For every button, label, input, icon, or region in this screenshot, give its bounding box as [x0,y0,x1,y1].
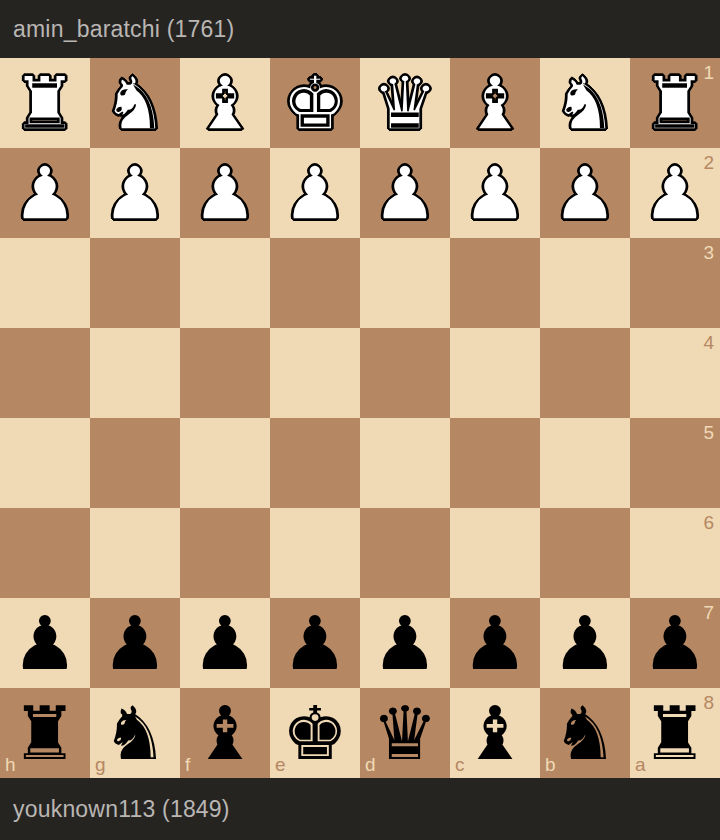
square-e2[interactable]: ♟ [270,148,360,238]
square-h2[interactable]: ♟ [0,148,90,238]
square-e7[interactable]: ♟ [270,598,360,688]
white-king[interactable]: ♚ [282,58,348,148]
black-pawn[interactable]: ♟ [102,598,168,688]
rank-label-8: 8 [703,693,714,712]
square-b3[interactable] [540,238,630,328]
square-b7[interactable]: ♟ [540,598,630,688]
file-label-e: e [275,755,286,774]
square-h3[interactable] [0,238,90,328]
square-f3[interactable] [180,238,270,328]
square-e4[interactable] [270,328,360,418]
chess-board: ♜♞♝♚♛♝♞♜1♟♟♟♟♟♟♟♟23456♟♟♟♟♟♟♟♟7♜h♞g♝f♚e♛… [0,58,720,778]
player-bar-top: amin_baratchi (1761) [0,0,720,58]
square-h8[interactable]: ♜h [0,688,90,778]
black-pawn[interactable]: ♟ [372,598,438,688]
rank-label-1: 1 [703,63,714,82]
black-bishop[interactable]: ♝ [462,688,528,778]
square-d6[interactable] [360,508,450,598]
square-c1[interactable]: ♝ [450,58,540,148]
square-a6[interactable]: 6 [630,508,720,598]
square-h1[interactable]: ♜ [0,58,90,148]
square-e1[interactable]: ♚ [270,58,360,148]
square-f4[interactable] [180,328,270,418]
square-c2[interactable]: ♟ [450,148,540,238]
white-queen[interactable]: ♛ [372,58,438,148]
square-c7[interactable]: ♟ [450,598,540,688]
square-g7[interactable]: ♟ [90,598,180,688]
file-label-g: g [95,755,106,774]
square-a4[interactable]: 4 [630,328,720,418]
black-pawn[interactable]: ♟ [552,598,618,688]
white-knight[interactable]: ♞ [552,58,618,148]
file-label-b: b [545,755,556,774]
black-queen[interactable]: ♛ [372,688,438,778]
white-knight[interactable]: ♞ [102,58,168,148]
square-b8[interactable]: ♞b [540,688,630,778]
square-f1[interactable]: ♝ [180,58,270,148]
black-pawn[interactable]: ♟ [642,598,708,688]
square-c3[interactable] [450,238,540,328]
square-c4[interactable] [450,328,540,418]
square-e6[interactable] [270,508,360,598]
chess-app: amin_baratchi (1761) ♜♞♝♚♛♝♞♜1♟♟♟♟♟♟♟♟23… [0,0,720,840]
file-label-h: h [5,755,16,774]
square-c5[interactable] [450,418,540,508]
white-pawn[interactable]: ♟ [462,148,528,238]
square-a7[interactable]: ♟7 [630,598,720,688]
square-h5[interactable] [0,418,90,508]
square-f7[interactable]: ♟ [180,598,270,688]
black-pawn[interactable]: ♟ [192,598,258,688]
rank-label-5: 5 [703,423,714,442]
square-d3[interactable] [360,238,450,328]
square-d2[interactable]: ♟ [360,148,450,238]
square-b2[interactable]: ♟ [540,148,630,238]
square-f6[interactable] [180,508,270,598]
square-d4[interactable] [360,328,450,418]
square-a5[interactable]: 5 [630,418,720,508]
white-rook[interactable]: ♜ [642,58,708,148]
square-c6[interactable] [450,508,540,598]
rank-label-2: 2 [703,153,714,172]
white-pawn[interactable]: ♟ [552,148,618,238]
square-g4[interactable] [90,328,180,418]
file-label-f: f [185,755,190,774]
square-f2[interactable]: ♟ [180,148,270,238]
square-g6[interactable] [90,508,180,598]
square-b4[interactable] [540,328,630,418]
black-knight[interactable]: ♞ [102,688,168,778]
square-e8[interactable]: ♚e [270,688,360,778]
black-rook[interactable]: ♜ [642,688,708,778]
square-b5[interactable] [540,418,630,508]
black-bishop[interactable]: ♝ [192,688,258,778]
square-c8[interactable]: ♝c [450,688,540,778]
white-pawn[interactable]: ♟ [12,148,78,238]
black-pawn[interactable]: ♟ [282,598,348,688]
black-pawn[interactable]: ♟ [12,598,78,688]
file-label-a: a [635,755,646,774]
square-g1[interactable]: ♞ [90,58,180,148]
white-rook[interactable]: ♜ [12,58,78,148]
white-pawn[interactable]: ♟ [282,148,348,238]
square-h6[interactable] [0,508,90,598]
square-f5[interactable] [180,418,270,508]
square-g3[interactable] [90,238,180,328]
square-d8[interactable]: ♛d [360,688,450,778]
white-bishop[interactable]: ♝ [192,58,258,148]
square-g5[interactable] [90,418,180,508]
square-d1[interactable]: ♛ [360,58,450,148]
square-h4[interactable] [0,328,90,418]
player-name-top: amin_baratchi (1761) [13,16,234,43]
file-label-c: c [455,755,465,774]
black-knight[interactable]: ♞ [552,688,618,778]
white-pawn[interactable]: ♟ [192,148,258,238]
white-pawn[interactable]: ♟ [372,148,438,238]
white-pawn[interactable]: ♟ [642,148,708,238]
player-bar-bottom: youknown113 (1849) [0,778,720,840]
square-h7[interactable]: ♟ [0,598,90,688]
square-a3[interactable]: 3 [630,238,720,328]
player-name-bottom: youknown113 (1849) [13,796,230,823]
square-d5[interactable] [360,418,450,508]
square-b1[interactable]: ♞ [540,58,630,148]
square-g8[interactable]: ♞g [90,688,180,778]
square-b6[interactable] [540,508,630,598]
black-king[interactable]: ♚ [282,688,348,778]
square-a2[interactable]: ♟2 [630,148,720,238]
rank-label-4: 4 [703,333,714,352]
file-label-d: d [365,755,376,774]
square-e5[interactable] [270,418,360,508]
rank-label-3: 3 [703,243,714,262]
white-bishop[interactable]: ♝ [462,58,528,148]
square-a8[interactable]: ♜8a [630,688,720,778]
square-g2[interactable]: ♟ [90,148,180,238]
black-pawn[interactable]: ♟ [462,598,528,688]
square-f8[interactable]: ♝f [180,688,270,778]
rank-label-6: 6 [703,513,714,532]
square-a1[interactable]: ♜1 [630,58,720,148]
rank-label-7: 7 [703,603,714,622]
square-e3[interactable] [270,238,360,328]
black-rook[interactable]: ♜ [12,688,78,778]
white-pawn[interactable]: ♟ [102,148,168,238]
square-d7[interactable]: ♟ [360,598,450,688]
